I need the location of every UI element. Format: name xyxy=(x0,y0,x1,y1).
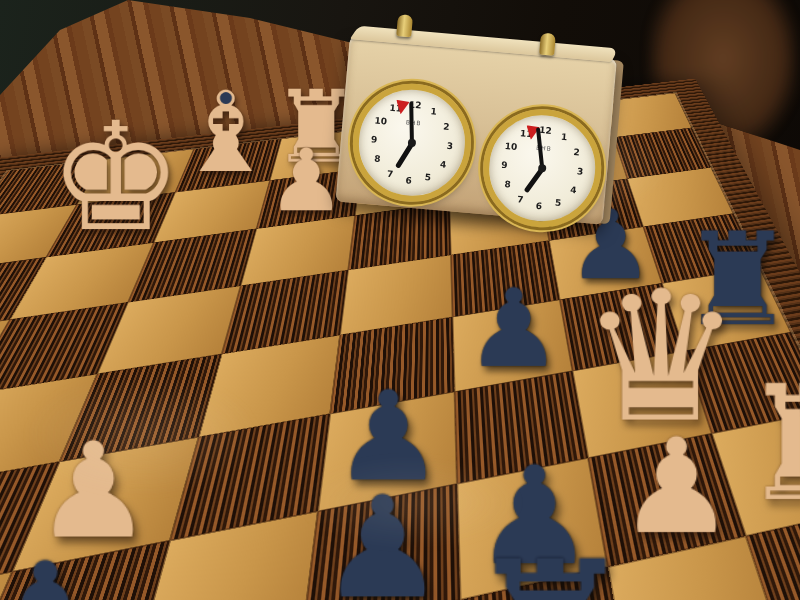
piece-white-pawn-d2[interactable]: ♟ xyxy=(268,141,345,220)
piece-black-rook-f8[interactable]: ♜ xyxy=(462,544,637,600)
clock-dial-right: 121234567891011BHB xyxy=(478,104,606,232)
clock-numeral-7: 7 xyxy=(387,169,394,180)
clock-numeral-6: 6 xyxy=(535,201,542,212)
clock-numeral-3: 3 xyxy=(577,166,584,177)
clock-numeral-12: 12 xyxy=(539,125,552,136)
piece-white-knight-h8[interactable]: ♞ xyxy=(778,471,800,600)
clock-numeral-1: 1 xyxy=(560,132,567,143)
piece-white-bishop-c1[interactable]: ♝ xyxy=(176,82,276,185)
clock-brand-text: BHB xyxy=(491,139,597,155)
clock-numeral-6: 6 xyxy=(405,175,412,186)
piece-black-pawn-e7[interactable]: ♟ xyxy=(320,484,446,600)
clock-brand-text: BHB xyxy=(361,114,467,130)
piece-white-bishop-a3[interactable]: ♝ xyxy=(0,199,15,326)
clock-button-left[interactable] xyxy=(396,14,413,37)
clock-numeral-4: 4 xyxy=(570,185,577,196)
clock-center-cap xyxy=(408,138,417,147)
clock-dial-left: 121234567891011BHB xyxy=(348,79,476,207)
clock-numeral-5: 5 xyxy=(555,197,562,208)
clock-numeral-3: 3 xyxy=(446,141,453,152)
clock-numeral-7: 7 xyxy=(517,194,524,205)
square-c1[interactable]: ♝ xyxy=(175,139,281,192)
square-d5[interactable] xyxy=(199,335,340,437)
square-f8[interactable]: ♜ xyxy=(460,567,633,600)
bishop-finial xyxy=(220,92,232,104)
clock-numeral-8: 8 xyxy=(374,154,381,165)
clock-numeral-9: 9 xyxy=(371,134,378,145)
clock-numeral-5: 5 xyxy=(424,172,431,183)
clock-numeral-8: 8 xyxy=(504,179,511,190)
square-e7[interactable]: ♟ xyxy=(302,484,460,600)
clock-numeral-4: 4 xyxy=(439,159,446,170)
chess-clock: 121234567891011BHB 121234567891011BHB xyxy=(336,36,617,225)
square-c4[interactable] xyxy=(97,286,240,374)
piece-black-pawn-f5[interactable]: ♟ xyxy=(466,279,563,378)
piece-black-king-a4[interactable]: ♚ xyxy=(0,230,1,400)
clock-numeral-9: 9 xyxy=(501,160,508,171)
piece-white-king-b2[interactable]: ♚ xyxy=(49,108,183,246)
chess-scene: ♝♜♚♟♟♟♝♚♟♟♜♟♟♛♟♟♟♟♜♝♜♞ 121234567891011BH… xyxy=(0,0,800,600)
piece-black-pawn-c7[interactable]: ♟ xyxy=(0,549,113,600)
clock-numeral-1: 1 xyxy=(430,106,437,117)
clock-center-cap xyxy=(538,164,547,173)
clock-button-right[interactable] xyxy=(539,33,556,56)
square-f5[interactable]: ♟ xyxy=(453,300,573,392)
